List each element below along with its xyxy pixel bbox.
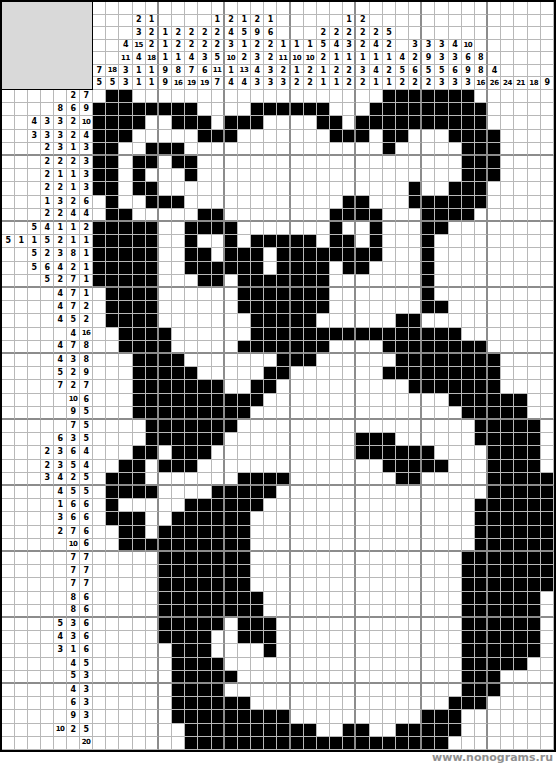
col-clue-cell[interactable]: 10	[462, 40, 475, 53]
board-cell-empty[interactable]	[119, 420, 132, 433]
row-clue-cell[interactable]: 3	[54, 130, 67, 143]
board-cell-empty[interactable]	[396, 433, 409, 446]
board-cell-empty[interactable]	[119, 605, 132, 618]
board-cell-filled[interactable]	[396, 90, 409, 103]
board-cell-empty[interactable]	[330, 539, 343, 552]
col-clue-cell[interactable]	[330, 15, 343, 28]
board-cell-empty[interactable]	[541, 605, 554, 618]
board-cell-empty[interactable]	[409, 578, 422, 591]
col-clue-cell[interactable]	[488, 40, 501, 53]
board-cell-filled[interactable]	[277, 328, 290, 341]
board-cell-empty[interactable]	[541, 301, 554, 314]
board-cell-filled[interactable]	[291, 354, 304, 367]
board-cell-empty[interactable]	[304, 605, 317, 618]
row-clue-cell[interactable]	[28, 288, 41, 301]
board-cell-empty[interactable]	[225, 341, 238, 354]
col-clue-cell[interactable]: 7	[212, 77, 225, 90]
row-clue-cell[interactable]: 4	[67, 209, 80, 222]
row-clue-cell[interactable]	[28, 539, 41, 552]
board-cell-empty[interactable]	[343, 394, 356, 407]
board-cell-empty[interactable]	[133, 592, 146, 605]
board-cell-empty[interactable]	[106, 644, 119, 657]
board-cell-empty[interactable]	[185, 473, 198, 486]
row-clue-cell[interactable]	[41, 605, 54, 618]
board-cell-filled[interactable]	[449, 697, 462, 710]
row-clue-cell[interactable]: 7	[80, 552, 93, 565]
board-cell-filled[interactable]	[133, 156, 146, 169]
row-clue-cell[interactable]	[54, 394, 67, 407]
board-cell-empty[interactable]	[449, 275, 462, 288]
board-cell-empty[interactable]	[396, 499, 409, 512]
board-cell-filled[interactable]	[251, 235, 264, 248]
board-cell-filled[interactable]	[238, 552, 251, 565]
board-cell-filled[interactable]	[225, 262, 238, 275]
board-cell-empty[interactable]	[317, 631, 330, 644]
board-cell-empty[interactable]	[514, 671, 527, 684]
board-cell-empty[interactable]	[383, 196, 396, 209]
row-clue-cell[interactable]	[2, 460, 15, 473]
board-cell-empty[interactable]	[212, 367, 225, 380]
col-clue-cell[interactable]: 3	[422, 40, 435, 53]
col-clue-cell[interactable]: 18	[146, 52, 159, 65]
board-cell-empty[interactable]	[462, 526, 475, 539]
col-clue-cell[interactable]	[435, 27, 448, 40]
board-cell-empty[interactable]	[449, 552, 462, 565]
col-clue-cell[interactable]	[396, 40, 409, 53]
board-cell-empty[interactable]	[435, 169, 448, 182]
board-cell-empty[interactable]	[356, 539, 369, 552]
col-clue-cell[interactable]	[133, 2, 146, 15]
board-cell-empty[interactable]	[106, 394, 119, 407]
board-cell-filled[interactable]	[198, 644, 211, 657]
board-cell-empty[interactable]	[475, 222, 488, 235]
board-cell-filled[interactable]	[225, 486, 238, 499]
board-cell-filled[interactable]	[119, 301, 132, 314]
board-cell-empty[interactable]	[488, 196, 501, 209]
board-cell-empty[interactable]	[514, 169, 527, 182]
board-cell-empty[interactable]	[541, 658, 554, 671]
board-cell-empty[interactable]	[225, 328, 238, 341]
board-cell-filled[interactable]	[238, 724, 251, 737]
board-cell-filled[interactable]	[146, 301, 159, 314]
col-clue-cell[interactable]: 2	[172, 40, 185, 53]
row-clue-cell[interactable]	[2, 380, 15, 393]
col-clue-cell[interactable]	[383, 15, 396, 28]
board-cell-empty[interactable]	[172, 222, 185, 235]
row-clue-cell[interactable]	[15, 512, 28, 525]
board-cell-empty[interactable]	[343, 473, 356, 486]
board-cell-filled[interactable]	[264, 235, 277, 248]
row-clue-cell[interactable]	[15, 103, 28, 116]
col-clue-cell[interactable]: 3	[119, 77, 132, 90]
col-clue-cell[interactable]: 1	[172, 52, 185, 65]
board-cell-empty[interactable]	[462, 473, 475, 486]
col-clue-cell[interactable]	[396, 15, 409, 28]
board-cell-empty[interactable]	[462, 724, 475, 737]
board-cell-empty[interactable]	[435, 314, 448, 327]
col-clue-cell[interactable]: 2	[383, 65, 396, 78]
board-cell-filled[interactable]	[462, 156, 475, 169]
board-cell-empty[interactable]	[475, 248, 488, 261]
board-cell-empty[interactable]	[409, 539, 422, 552]
col-clue-cell[interactable]: 3	[264, 77, 277, 90]
board-cell-empty[interactable]	[185, 354, 198, 367]
board-cell-empty[interactable]	[146, 565, 159, 578]
col-clue-cell[interactable]	[528, 27, 541, 40]
board-cell-empty[interactable]	[330, 671, 343, 684]
row-clue-cell[interactable]: 2	[80, 222, 93, 235]
board-cell-filled[interactable]	[501, 499, 514, 512]
board-cell-filled[interactable]	[133, 354, 146, 367]
board-cell-filled[interactable]	[514, 473, 527, 486]
col-clue-cell[interactable]	[541, 15, 554, 28]
board-cell-empty[interactable]	[225, 275, 238, 288]
board-cell-empty[interactable]	[370, 460, 383, 473]
board-cell-empty[interactable]	[488, 301, 501, 314]
board-cell-filled[interactable]	[528, 460, 541, 473]
board-cell-filled[interactable]	[409, 446, 422, 459]
col-clue-cell[interactable]	[514, 27, 527, 40]
board-cell-empty[interactable]	[462, 248, 475, 261]
board-cell-empty[interactable]	[435, 143, 448, 156]
board-cell-empty[interactable]	[396, 222, 409, 235]
board-cell-empty[interactable]	[291, 116, 304, 129]
row-clue-cell[interactable]: 2	[54, 182, 67, 195]
board-cell-empty[interactable]	[304, 460, 317, 473]
row-clue-cell[interactable]	[15, 130, 28, 143]
board-cell-filled[interactable]	[514, 407, 527, 420]
board-cell-filled[interactable]	[330, 116, 343, 129]
board-cell-filled[interactable]	[251, 103, 264, 116]
col-clue-cell[interactable]: 2	[198, 27, 211, 40]
row-clue-cell[interactable]: 7	[67, 552, 80, 565]
board-cell-filled[interactable]	[488, 578, 501, 591]
board-cell-filled[interactable]	[409, 196, 422, 209]
board-cell-filled[interactable]	[514, 539, 527, 552]
board-cell-filled[interactable]	[435, 209, 448, 222]
board-cell-filled[interactable]	[146, 380, 159, 393]
board-cell-filled[interactable]	[277, 275, 290, 288]
board-cell-filled[interactable]	[396, 116, 409, 129]
row-clue-cell[interactable]	[2, 552, 15, 565]
board-cell-empty[interactable]	[119, 710, 132, 723]
row-clue-cell[interactable]	[2, 116, 15, 129]
row-clue-cell[interactable]: 5	[80, 724, 93, 737]
board-cell-empty[interactable]	[225, 367, 238, 380]
row-clue-cell[interactable]	[2, 658, 15, 671]
col-clue-cell[interactable]: 1	[356, 52, 369, 65]
board-cell-filled[interactable]	[422, 248, 435, 261]
board-cell-empty[interactable]	[435, 605, 448, 618]
board-cell-empty[interactable]	[304, 697, 317, 710]
board-cell-empty[interactable]	[264, 116, 277, 129]
board-cell-empty[interactable]	[277, 631, 290, 644]
board-cell-filled[interactable]	[422, 737, 435, 750]
board-cell-filled[interactable]	[475, 341, 488, 354]
col-clue-cell[interactable]	[475, 27, 488, 40]
board-cell-filled[interactable]	[383, 341, 396, 354]
board-cell-empty[interactable]	[119, 433, 132, 446]
board-cell-empty[interactable]	[198, 169, 211, 182]
board-cell-filled[interactable]	[330, 737, 343, 750]
row-clue-cell[interactable]: 7	[67, 301, 80, 314]
board-cell-filled[interactable]	[225, 671, 238, 684]
row-clue-cell[interactable]: 5	[41, 235, 54, 248]
board-cell-empty[interactable]	[291, 605, 304, 618]
board-cell-empty[interactable]	[396, 671, 409, 684]
board-cell-empty[interactable]	[383, 209, 396, 222]
row-clue-cell[interactable]: 6	[80, 592, 93, 605]
board-cell-empty[interactable]	[409, 209, 422, 222]
board-cell-empty[interactable]	[409, 618, 422, 631]
board-cell-filled[interactable]	[514, 499, 527, 512]
col-clue-cell[interactable]	[291, 2, 304, 15]
board-cell-empty[interactable]	[449, 592, 462, 605]
board-cell-empty[interactable]	[435, 552, 448, 565]
row-clue-cell[interactable]	[41, 288, 54, 301]
board-cell-empty[interactable]	[409, 143, 422, 156]
board-cell-empty[interactable]	[277, 618, 290, 631]
board-cell-filled[interactable]	[146, 367, 159, 380]
board-cell-empty[interactable]	[317, 499, 330, 512]
board-cell-filled[interactable]	[330, 248, 343, 261]
board-cell-empty[interactable]	[93, 473, 106, 486]
board-cell-filled[interactable]	[146, 248, 159, 261]
board-cell-empty[interactable]	[356, 460, 369, 473]
board-cell-filled[interactable]	[449, 130, 462, 143]
row-clue-cell[interactable]	[2, 275, 15, 288]
board-cell-empty[interactable]	[159, 684, 172, 697]
board-cell-empty[interactable]	[185, 182, 198, 195]
board-cell-empty[interactable]	[541, 262, 554, 275]
board-cell-empty[interactable]	[330, 631, 343, 644]
board-cell-empty[interactable]	[106, 539, 119, 552]
board-cell-filled[interactable]	[106, 288, 119, 301]
row-clue-cell[interactable]	[54, 737, 67, 750]
col-clue-cell[interactable]: 8	[475, 65, 488, 78]
row-clue-cell[interactable]	[28, 486, 41, 499]
board-cell-filled[interactable]	[133, 512, 146, 525]
row-clue-cell[interactable]	[2, 248, 15, 261]
board-cell-filled[interactable]	[159, 460, 172, 473]
row-clue-cell[interactable]: 3	[80, 156, 93, 169]
board-cell-filled[interactable]	[449, 196, 462, 209]
board-cell-filled[interactable]	[449, 367, 462, 380]
board-cell-filled[interactable]	[462, 671, 475, 684]
board-cell-empty[interactable]	[212, 235, 225, 248]
board-cell-filled[interactable]	[475, 499, 488, 512]
board-cell-empty[interactable]	[225, 314, 238, 327]
row-clue-cell[interactable]: 5	[54, 618, 67, 631]
row-clue-cell[interactable]: 4	[67, 658, 80, 671]
board-cell-filled[interactable]	[356, 196, 369, 209]
board-cell-filled[interactable]	[238, 248, 251, 261]
board-cell-empty[interactable]	[409, 671, 422, 684]
board-cell-empty[interactable]	[528, 658, 541, 671]
board-cell-empty[interactable]	[93, 512, 106, 525]
col-clue-cell[interactable]	[541, 27, 554, 40]
board-cell-empty[interactable]	[475, 724, 488, 737]
board-cell-empty[interactable]	[159, 288, 172, 301]
board-cell-filled[interactable]	[514, 578, 527, 591]
row-clue-cell[interactable]	[15, 354, 28, 367]
board-cell-empty[interactable]	[159, 512, 172, 525]
board-cell-empty[interactable]	[356, 394, 369, 407]
board-cell-empty[interactable]	[396, 592, 409, 605]
row-clue-cell[interactable]: 7	[67, 526, 80, 539]
col-clue-cell[interactable]	[475, 40, 488, 53]
board-cell-empty[interactable]	[396, 539, 409, 552]
board-cell-empty[interactable]	[330, 684, 343, 697]
board-cell-filled[interactable]	[238, 539, 251, 552]
board-cell-filled[interactable]	[462, 565, 475, 578]
board-cell-empty[interactable]	[198, 314, 211, 327]
board-cell-filled[interactable]	[251, 275, 264, 288]
row-clue-cell[interactable]	[2, 671, 15, 684]
board-cell-empty[interactable]	[159, 235, 172, 248]
board-cell-empty[interactable]	[383, 394, 396, 407]
row-clue-cell[interactable]: 2	[54, 526, 67, 539]
board-cell-filled[interactable]	[198, 446, 211, 459]
board-cell-empty[interactable]	[343, 460, 356, 473]
board-cell-empty[interactable]	[475, 262, 488, 275]
board-cell-filled[interactable]	[172, 103, 185, 116]
board-cell-filled[interactable]	[106, 130, 119, 143]
board-cell-filled[interactable]	[462, 592, 475, 605]
board-cell-filled[interactable]	[317, 275, 330, 288]
col-clue-cell[interactable]: 1	[330, 52, 343, 65]
row-clue-cell[interactable]	[15, 288, 28, 301]
board-cell-empty[interactable]	[422, 499, 435, 512]
row-clue-cell[interactable]: 1	[54, 499, 67, 512]
board-cell-empty[interactable]	[488, 116, 501, 129]
board-cell-filled[interactable]	[172, 710, 185, 723]
board-cell-empty[interactable]	[146, 710, 159, 723]
board-cell-empty[interactable]	[146, 618, 159, 631]
board-cell-filled[interactable]	[528, 618, 541, 631]
col-clue-cell[interactable]: 5	[106, 77, 119, 90]
board-cell-empty[interactable]	[133, 710, 146, 723]
board-cell-filled[interactable]	[317, 328, 330, 341]
board-cell-empty[interactable]	[185, 209, 198, 222]
board-cell-empty[interactable]	[449, 169, 462, 182]
row-clue-cell[interactable]	[15, 486, 28, 499]
board-cell-empty[interactable]	[317, 235, 330, 248]
row-clue-cell[interactable]: 2	[67, 90, 80, 103]
board-cell-empty[interactable]	[264, 658, 277, 671]
row-clue-cell[interactable]	[28, 314, 41, 327]
board-cell-empty[interactable]	[317, 143, 330, 156]
board-cell-empty[interactable]	[343, 288, 356, 301]
board-cell-filled[interactable]	[225, 499, 238, 512]
board-cell-empty[interactable]	[422, 420, 435, 433]
col-clue-cell[interactable]	[514, 2, 527, 15]
board-cell-empty[interactable]	[251, 169, 264, 182]
board-cell-empty[interactable]	[264, 394, 277, 407]
board-cell-empty[interactable]	[409, 156, 422, 169]
col-clue-cell[interactable]: 1	[370, 52, 383, 65]
board-cell-empty[interactable]	[528, 209, 541, 222]
board-cell-empty[interactable]	[106, 354, 119, 367]
board-cell-empty[interactable]	[475, 328, 488, 341]
board-cell-filled[interactable]	[409, 314, 422, 327]
board-cell-filled[interactable]	[212, 710, 225, 723]
col-clue-cell[interactable]: 9	[159, 77, 172, 90]
board-cell-empty[interactable]	[304, 710, 317, 723]
board-cell-filled[interactable]	[475, 103, 488, 116]
board-cell-empty[interactable]	[330, 156, 343, 169]
row-clue-cell[interactable]	[15, 446, 28, 459]
board-cell-empty[interactable]	[422, 605, 435, 618]
board-cell-filled[interactable]	[185, 262, 198, 275]
col-clue-cell[interactable]	[238, 2, 251, 15]
board-cell-empty[interactable]	[277, 420, 290, 433]
col-clue-cell[interactable]	[106, 40, 119, 53]
board-cell-filled[interactable]	[133, 262, 146, 275]
board-cell-empty[interactable]	[106, 592, 119, 605]
board-cell-empty[interactable]	[501, 209, 514, 222]
board-cell-filled[interactable]	[501, 420, 514, 433]
row-clue-cell[interactable]	[41, 407, 54, 420]
board-cell-empty[interactable]	[238, 684, 251, 697]
board-cell-empty[interactable]	[449, 658, 462, 671]
board-cell-filled[interactable]	[264, 328, 277, 341]
board-cell-empty[interactable]	[146, 526, 159, 539]
board-cell-empty[interactable]	[225, 143, 238, 156]
board-cell-empty[interactable]	[317, 605, 330, 618]
board-cell-empty[interactable]	[449, 420, 462, 433]
board-cell-empty[interactable]	[264, 90, 277, 103]
board-cell-empty[interactable]	[409, 565, 422, 578]
board-cell-filled[interactable]	[514, 631, 527, 644]
board-cell-filled[interactable]	[198, 499, 211, 512]
board-cell-empty[interactable]	[212, 314, 225, 327]
col-clue-cell[interactable]: 3	[133, 27, 146, 40]
board-cell-filled[interactable]	[264, 724, 277, 737]
board-cell-empty[interactable]	[106, 578, 119, 591]
board-cell-empty[interactable]	[449, 235, 462, 248]
board-cell-empty[interactable]	[185, 301, 198, 314]
board-cell-empty[interactable]	[541, 182, 554, 195]
board-cell-filled[interactable]	[146, 182, 159, 195]
col-clue-cell[interactable]: 5	[383, 27, 396, 40]
board-cell-empty[interactable]	[264, 578, 277, 591]
board-cell-empty[interactable]	[317, 552, 330, 565]
board-cell-empty[interactable]	[475, 314, 488, 327]
row-clue-cell[interactable]: 1	[80, 248, 93, 261]
col-clue-cell[interactable]: 2	[251, 15, 264, 28]
col-clue-cell[interactable]	[541, 2, 554, 15]
board-cell-empty[interactable]	[501, 288, 514, 301]
board-cell-empty[interactable]	[185, 486, 198, 499]
board-cell-filled[interactable]	[172, 433, 185, 446]
col-clue-cell[interactable]: 1	[146, 65, 159, 78]
board-cell-empty[interactable]	[251, 354, 264, 367]
row-clue-cell[interactable]	[2, 526, 15, 539]
board-cell-empty[interactable]	[462, 420, 475, 433]
col-clue-cell[interactable]: 4	[370, 65, 383, 78]
board-cell-filled[interactable]	[185, 526, 198, 539]
row-clue-cell[interactable]	[41, 578, 54, 591]
col-clue-cell[interactable]: 4	[396, 52, 409, 65]
board-cell-filled[interactable]	[172, 552, 185, 565]
board-cell-empty[interactable]	[370, 130, 383, 143]
board-cell-filled[interactable]	[172, 592, 185, 605]
board-cell-filled[interactable]	[251, 328, 264, 341]
board-cell-empty[interactable]	[370, 512, 383, 525]
row-clue-cell[interactable]	[2, 724, 15, 737]
board-cell-empty[interactable]	[93, 407, 106, 420]
